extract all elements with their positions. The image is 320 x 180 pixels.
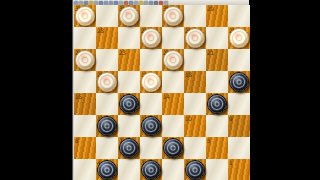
square-18[interactable]: 18 [184, 71, 206, 93]
light-square [206, 115, 228, 137]
black-man-13[interactable] [207, 94, 227, 114]
flip-board-icon[interactable] [149, 1, 153, 5]
square-number: 29 [207, 5, 214, 12]
black-man-15[interactable] [119, 94, 139, 114]
white-man-22[interactable] [163, 50, 183, 70]
black-man-7[interactable] [119, 138, 139, 158]
light-square [74, 27, 96, 49]
square-number: 10 [185, 115, 192, 122]
light-square [74, 159, 96, 180]
square-19[interactable]: 19 [140, 71, 162, 93]
square-11[interactable]: 11 [140, 115, 162, 137]
white-man-26[interactable] [185, 28, 205, 48]
last-move-icon[interactable] [114, 1, 118, 5]
light-square [206, 71, 228, 93]
black-man-12[interactable] [97, 116, 117, 136]
square-21[interactable]: 21 [206, 49, 228, 71]
white-man-20[interactable] [97, 72, 117, 92]
square-17[interactable]: 17 [228, 71, 250, 93]
light-square [140, 93, 162, 115]
light-square [96, 137, 118, 159]
square-13[interactable]: 13 [206, 93, 228, 115]
square-26[interactable]: 26 [184, 27, 206, 49]
square-22[interactable]: 22 [162, 49, 184, 71]
letterbox-left [0, 0, 72, 180]
white-man-32[interactable] [75, 6, 95, 26]
light-square [228, 5, 250, 27]
square-number: 5 [207, 137, 210, 144]
square-24[interactable]: 24 [74, 49, 96, 71]
light-square [96, 93, 118, 115]
light-square [118, 27, 140, 49]
light-square [184, 93, 206, 115]
light-square [118, 115, 140, 137]
black-man-2[interactable] [185, 160, 205, 180]
square-10[interactable]: 10 [184, 115, 206, 137]
moves-list-icon[interactable] [129, 1, 133, 5]
settings-icon[interactable] [144, 1, 148, 5]
light-square [184, 137, 206, 159]
square-8[interactable]: 8 [74, 137, 96, 159]
white-man-19[interactable] [141, 72, 161, 92]
black-man-17[interactable] [229, 72, 249, 92]
square-number: 21 [207, 49, 214, 56]
light-square [140, 5, 162, 27]
square-12[interactable]: 12 [96, 115, 118, 137]
black-man-4[interactable] [97, 160, 117, 180]
square-32[interactable]: 32 [74, 5, 96, 27]
open-file-icon[interactable] [79, 1, 83, 5]
square-23[interactable]: 23 [118, 49, 140, 71]
record-icon[interactable] [124, 1, 128, 5]
square-15[interactable]: 15 [118, 93, 140, 115]
white-man-31[interactable] [119, 6, 139, 26]
square-number: 14 [163, 93, 170, 100]
prev-move-icon[interactable] [104, 1, 108, 5]
light-square [162, 159, 184, 180]
hint-icon[interactable] [139, 1, 143, 5]
light-square [162, 115, 184, 137]
info-icon[interactable] [154, 1, 158, 5]
square-5[interactable]: 5 [206, 137, 228, 159]
square-4[interactable]: 4 [96, 159, 118, 180]
square-29[interactable]: 29 [206, 5, 228, 27]
light-square [118, 159, 140, 180]
square-14[interactable]: 14 [162, 93, 184, 115]
light-square [140, 137, 162, 159]
light-square [96, 5, 118, 27]
square-27[interactable]: 27 [140, 27, 162, 49]
help-icon[interactable] [164, 1, 168, 5]
light-square [184, 49, 206, 71]
light-square [206, 159, 228, 180]
square-20[interactable]: 20 [96, 71, 118, 93]
light-square [228, 49, 250, 71]
light-square [206, 27, 228, 49]
square-31[interactable]: 31 [118, 5, 140, 27]
folder-icon[interactable] [89, 1, 93, 5]
square-number: 16 [75, 93, 82, 100]
light-square [162, 27, 184, 49]
light-square [118, 71, 140, 93]
light-square [228, 137, 250, 159]
new-game-icon[interactable] [74, 1, 78, 5]
light-square [228, 93, 250, 115]
black-man-6[interactable] [163, 138, 183, 158]
square-7[interactable]: 7 [118, 137, 140, 159]
square-number: 1 [229, 159, 232, 166]
board: 3231302928272625242322212019181716151413… [74, 5, 250, 180]
square-6[interactable]: 6 [162, 137, 184, 159]
square-28[interactable]: 28 [96, 27, 118, 49]
black-man-11[interactable] [141, 116, 161, 136]
board-setup-icon[interactable] [94, 1, 98, 5]
square-16[interactable]: 16 [74, 93, 96, 115]
square-number: 23 [119, 49, 126, 56]
square-number: 9 [229, 115, 232, 122]
light-square [162, 71, 184, 93]
square-number: 18 [185, 71, 192, 78]
play-icon[interactable] [119, 1, 123, 5]
square-1[interactable]: 1 [228, 159, 250, 180]
close-icon[interactable] [159, 1, 163, 5]
black-man-3[interactable] [141, 160, 161, 180]
checkers-app-window: 3231302928272625242322212019181716151413… [72, 0, 249, 180]
light-square [140, 49, 162, 71]
square-2[interactable]: 2 [184, 159, 206, 180]
white-man-25[interactable] [229, 28, 249, 48]
square-30[interactable]: 30 [162, 5, 184, 27]
square-25[interactable]: 25 [228, 27, 250, 49]
light-square [184, 5, 206, 27]
light-square [96, 49, 118, 71]
square-number: 8 [75, 137, 78, 144]
light-square [74, 115, 96, 137]
first-move-icon[interactable] [99, 1, 103, 5]
white-man-27[interactable] [141, 28, 161, 48]
white-man-24[interactable] [75, 50, 95, 70]
square-9[interactable]: 9 [228, 115, 250, 137]
next-move-icon[interactable] [109, 1, 113, 5]
light-square [74, 71, 96, 93]
analyze-icon[interactable] [134, 1, 138, 5]
save-icon[interactable] [84, 1, 88, 5]
letterbox-right [249, 0, 320, 180]
square-number: 28 [97, 27, 104, 34]
square-3[interactable]: 3 [140, 159, 162, 180]
white-man-30[interactable] [163, 6, 183, 26]
